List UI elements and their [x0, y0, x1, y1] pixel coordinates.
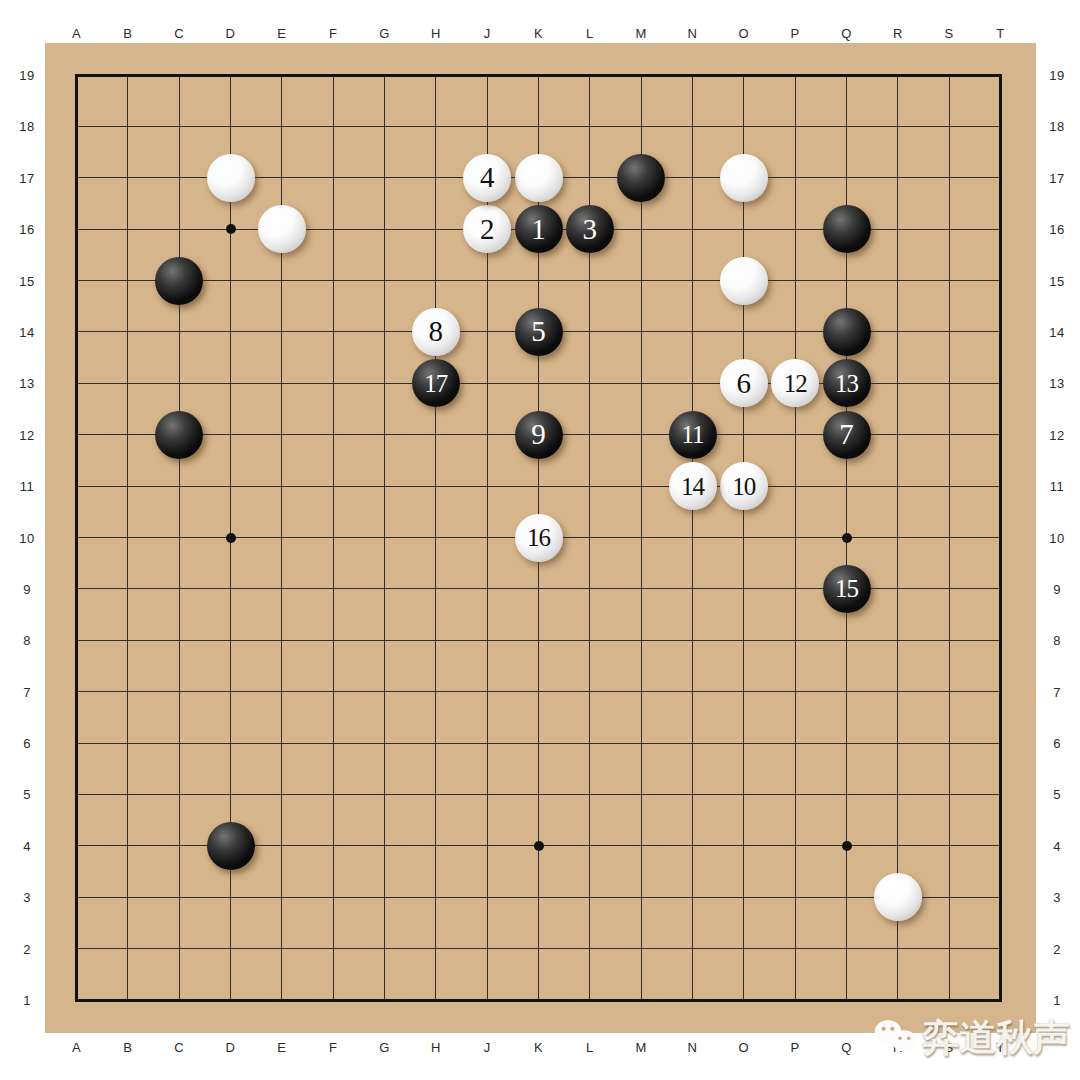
- move-number: 9: [531, 420, 546, 449]
- setup-stone-white-K17: [515, 154, 563, 202]
- setup-stone-black-Q16: [823, 205, 871, 253]
- setup-stone-black-C15: [155, 257, 203, 305]
- move-number: 10: [732, 474, 755, 499]
- setup-stone-black-D4: [207, 822, 255, 870]
- move-number: 13: [835, 371, 858, 396]
- move-number: 5: [531, 317, 546, 346]
- move-number: 14: [681, 474, 704, 499]
- setup-stone-white-R3: [874, 873, 922, 921]
- move-stone-13-black-Q13: 13: [823, 359, 871, 407]
- setup-stone-black-Q14: [823, 308, 871, 356]
- go-diagram: AABBCCDDEEFFGGHHJJKKLLMMNNOOPPQQRRSSTT19…: [0, 0, 1080, 1080]
- move-stone-11-black-N12: 11: [669, 411, 717, 459]
- move-stone-16-white-K10: 16: [515, 514, 563, 562]
- move-stone-12-white-P13: 12: [771, 359, 819, 407]
- move-number: 12: [784, 371, 807, 396]
- move-stone-3-black-L16: 3: [566, 205, 614, 253]
- move-stone-17-black-H13: 17: [412, 359, 460, 407]
- move-number: 6: [737, 369, 752, 398]
- move-number: 4: [480, 163, 495, 192]
- stones-layer: 1234567891011121314151617: [0, 0, 1080, 1080]
- move-number: 1: [531, 215, 546, 244]
- move-number: 8: [429, 317, 444, 346]
- move-stone-7-black-Q12: 7: [823, 411, 871, 459]
- move-stone-15-black-Q9: 15: [823, 565, 871, 613]
- move-stone-2-white-J16: 2: [463, 205, 511, 253]
- move-number: 16: [527, 525, 550, 550]
- move-number: 7: [839, 420, 854, 449]
- move-stone-10-white-O11: 10: [720, 462, 768, 510]
- wechat-icon: [870, 1009, 920, 1065]
- watermark: 弈道秋声: [870, 1002, 1070, 1072]
- move-number: 2: [480, 215, 495, 244]
- setup-stone-white-O17: [720, 154, 768, 202]
- move-stone-9-black-K12: 9: [515, 411, 563, 459]
- move-stone-8-white-H14: 8: [412, 308, 460, 356]
- setup-stone-white-E16: [258, 205, 306, 253]
- setup-stone-black-C12: [155, 411, 203, 459]
- move-stone-6-white-O13: 6: [720, 359, 768, 407]
- setup-stone-black-M17: [617, 154, 665, 202]
- setup-stone-white-O15: [720, 257, 768, 305]
- move-stone-4-white-J17: 4: [463, 154, 511, 202]
- move-number: 15: [835, 576, 858, 601]
- move-number: 17: [424, 371, 447, 396]
- move-number: 11: [681, 422, 703, 447]
- watermark-text: 弈道秋声: [922, 1019, 1070, 1056]
- move-stone-5-black-K14: 5: [515, 308, 563, 356]
- setup-stone-white-D17: [207, 154, 255, 202]
- move-stone-14-white-N11: 14: [669, 462, 717, 510]
- move-number: 3: [583, 215, 598, 244]
- move-stone-1-black-K16: 1: [515, 205, 563, 253]
